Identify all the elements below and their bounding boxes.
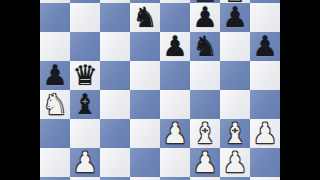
square-c5[interactable]: [100, 61, 130, 90]
square-a4[interactable]: ♞: [40, 90, 70, 119]
piece-black-pawn-f7[interactable]: ♟: [190, 3, 220, 32]
square-b7[interactable]: [70, 3, 100, 32]
piece-white-pawn-b2[interactable]: ♟: [70, 148, 100, 177]
piece-white-bishop-f3[interactable]: ♝: [190, 119, 220, 148]
piece-white-knight-a4[interactable]: ♞: [40, 90, 70, 119]
piece-white-pawn-f2[interactable]: ♟: [190, 148, 220, 177]
square-h2[interactable]: [250, 148, 280, 177]
square-b6[interactable]: [70, 32, 100, 61]
square-g5[interactable]: [220, 61, 250, 90]
piece-white-pawn-h3[interactable]: ♟: [250, 119, 280, 148]
square-a6[interactable]: [40, 32, 70, 61]
square-d6[interactable]: [130, 32, 160, 61]
square-c6[interactable]: [100, 32, 130, 61]
piece-white-pawn-g2[interactable]: ♟: [220, 148, 250, 177]
square-f2[interactable]: ♟: [190, 148, 220, 177]
square-a3[interactable]: [40, 119, 70, 148]
square-c7[interactable]: [100, 3, 130, 32]
square-e3[interactable]: ♟: [160, 119, 190, 148]
chess-board[interactable]: ♜♚♞♟♟♟♞♟♟♛♞♝♟♝♝♟♟♟♟: [40, 0, 280, 180]
square-a5[interactable]: ♟: [40, 61, 70, 90]
square-c4[interactable]: [100, 90, 130, 119]
square-a7[interactable]: [40, 3, 70, 32]
square-h3[interactable]: ♟: [250, 119, 280, 148]
square-g4[interactable]: [220, 90, 250, 119]
square-e4[interactable]: [160, 90, 190, 119]
square-h4[interactable]: [250, 90, 280, 119]
square-e2[interactable]: [160, 148, 190, 177]
square-d2[interactable]: [130, 148, 160, 177]
square-h7[interactable]: [250, 3, 280, 32]
square-c2[interactable]: [100, 148, 130, 177]
square-d3[interactable]: [130, 119, 160, 148]
square-d1[interactable]: [130, 177, 160, 180]
piece-black-pawn-g7[interactable]: ♟: [220, 3, 250, 32]
square-f7[interactable]: ♟: [190, 3, 220, 32]
square-c3[interactable]: [100, 119, 130, 148]
piece-black-pawn-a5[interactable]: ♟: [40, 61, 70, 90]
square-c1[interactable]: [100, 177, 130, 180]
square-h6[interactable]: ♟: [250, 32, 280, 61]
piece-black-knight-d7[interactable]: ♞: [130, 3, 160, 32]
piece-white-pawn-e3[interactable]: ♟: [160, 119, 190, 148]
square-h1[interactable]: [250, 177, 280, 180]
piece-black-pawn-e6[interactable]: ♟: [160, 32, 190, 61]
square-f5[interactable]: [190, 61, 220, 90]
piece-black-pawn-h6[interactable]: ♟: [250, 32, 280, 61]
square-d7[interactable]: ♞: [130, 3, 160, 32]
square-g7[interactable]: ♟: [220, 3, 250, 32]
square-g2[interactable]: ♟: [220, 148, 250, 177]
square-e6[interactable]: ♟: [160, 32, 190, 61]
square-f1[interactable]: [190, 177, 220, 180]
square-b3[interactable]: [70, 119, 100, 148]
piece-black-queen-b5[interactable]: ♛: [70, 61, 100, 90]
pillarbox-left-bar: [0, 0, 40, 180]
square-e7[interactable]: [160, 3, 190, 32]
square-d5[interactable]: [130, 61, 160, 90]
square-h5[interactable]: [250, 61, 280, 90]
piece-black-bishop-b4[interactable]: ♝: [70, 90, 100, 119]
square-e1[interactable]: [160, 177, 190, 180]
square-f6[interactable]: ♞: [190, 32, 220, 61]
video-frame: ♜♚♞♟♟♟♞♟♟♛♞♝♟♝♝♟♟♟♟: [0, 0, 320, 180]
square-g3[interactable]: ♝: [220, 119, 250, 148]
piece-white-bishop-g3[interactable]: ♝: [220, 119, 250, 148]
square-b4[interactable]: ♝: [70, 90, 100, 119]
square-b1[interactable]: [70, 177, 100, 180]
square-f4[interactable]: [190, 90, 220, 119]
piece-black-knight-f6[interactable]: ♞: [190, 32, 220, 61]
square-g1[interactable]: [220, 177, 250, 180]
square-f3[interactable]: ♝: [190, 119, 220, 148]
square-b2[interactable]: ♟: [70, 148, 100, 177]
square-a1[interactable]: [40, 177, 70, 180]
square-a2[interactable]: [40, 148, 70, 177]
pillarbox-right-bar: [280, 0, 320, 180]
square-e5[interactable]: [160, 61, 190, 90]
square-g6[interactable]: [220, 32, 250, 61]
square-d4[interactable]: [130, 90, 160, 119]
square-b5[interactable]: ♛: [70, 61, 100, 90]
